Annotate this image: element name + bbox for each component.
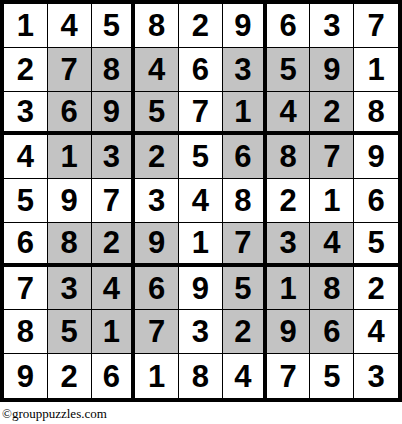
cell-r1c6: 9 (223, 4, 267, 48)
cell-r7c7: 1 (267, 267, 311, 311)
copyright-credit: ©grouppuzzles.com (2, 406, 402, 422)
cell-r7c6: 5 (223, 267, 267, 311)
cell-r4c9: 9 (354, 135, 398, 179)
cell-r4c3: 3 (92, 135, 136, 179)
cell-r4c5: 5 (179, 135, 223, 179)
cell-r9c3: 6 (92, 354, 136, 398)
cell-r2c9: 1 (354, 48, 398, 92)
cell-r8c3: 1 (92, 310, 136, 354)
cell-r7c3: 4 (92, 267, 136, 311)
cell-r7c1: 7 (4, 267, 48, 311)
cell-r7c8: 8 (310, 267, 354, 311)
cell-r2c5: 6 (179, 48, 223, 92)
cell-r2c3: 8 (92, 48, 136, 92)
cell-r5c9: 6 (354, 179, 398, 223)
cell-r8c1: 8 (4, 310, 48, 354)
cell-r6c8: 4 (310, 223, 354, 267)
cell-r3c2: 6 (48, 92, 92, 136)
cell-r6c5: 1 (179, 223, 223, 267)
cell-r1c5: 2 (179, 4, 223, 48)
cell-r5c6: 8 (223, 179, 267, 223)
cell-r9c9: 3 (354, 354, 398, 398)
cell-r2c4: 4 (135, 48, 179, 92)
cell-r4c7: 8 (267, 135, 311, 179)
cell-r4c8: 7 (310, 135, 354, 179)
cell-r9c6: 4 (223, 354, 267, 398)
cell-r9c8: 5 (310, 354, 354, 398)
sudoku-board: 1458296372784635913695714284132568795973… (0, 0, 402, 402)
cell-r4c4: 2 (135, 135, 179, 179)
cell-r3c6: 1 (223, 92, 267, 136)
cell-r9c1: 9 (4, 354, 48, 398)
cell-r6c1: 6 (4, 223, 48, 267)
cell-r9c5: 8 (179, 354, 223, 398)
cell-r1c4: 8 (135, 4, 179, 48)
cell-r8c4: 7 (135, 310, 179, 354)
cell-r5c3: 7 (92, 179, 136, 223)
cell-r5c7: 2 (267, 179, 311, 223)
cell-r9c4: 1 (135, 354, 179, 398)
cell-r9c2: 2 (48, 354, 92, 398)
cell-r2c2: 7 (48, 48, 92, 92)
cell-r1c3: 5 (92, 4, 136, 48)
cell-r4c6: 6 (223, 135, 267, 179)
cell-r6c9: 5 (354, 223, 398, 267)
cell-r2c1: 2 (4, 48, 48, 92)
cell-r3c5: 7 (179, 92, 223, 136)
cell-r6c7: 3 (267, 223, 311, 267)
cell-r3c4: 5 (135, 92, 179, 136)
cell-r5c2: 9 (48, 179, 92, 223)
cell-r7c4: 6 (135, 267, 179, 311)
cell-r8c6: 2 (223, 310, 267, 354)
cell-r5c4: 3 (135, 179, 179, 223)
cell-r3c3: 9 (92, 92, 136, 136)
cell-r8c7: 9 (267, 310, 311, 354)
cell-r8c9: 4 (354, 310, 398, 354)
cell-r1c8: 3 (310, 4, 354, 48)
cell-r1c7: 6 (267, 4, 311, 48)
cell-r5c5: 4 (179, 179, 223, 223)
cell-r1c9: 7 (354, 4, 398, 48)
cell-r6c2: 8 (48, 223, 92, 267)
cell-r3c7: 4 (267, 92, 311, 136)
cell-r8c2: 5 (48, 310, 92, 354)
cell-r7c9: 2 (354, 267, 398, 311)
cell-r8c8: 6 (310, 310, 354, 354)
cell-r3c8: 2 (310, 92, 354, 136)
cell-r9c7: 7 (267, 354, 311, 398)
cell-r2c6: 3 (223, 48, 267, 92)
cell-r6c4: 9 (135, 223, 179, 267)
cell-r3c1: 3 (4, 92, 48, 136)
page: 1458296372784635913695714284132568795973… (0, 0, 402, 424)
cell-r1c2: 4 (48, 4, 92, 48)
cell-r6c6: 7 (223, 223, 267, 267)
cell-r8c5: 3 (179, 310, 223, 354)
cell-r7c2: 3 (48, 267, 92, 311)
cell-r2c7: 5 (267, 48, 311, 92)
cell-r1c1: 1 (4, 4, 48, 48)
cell-r4c2: 1 (48, 135, 92, 179)
cell-r4c1: 4 (4, 135, 48, 179)
cell-r5c8: 1 (310, 179, 354, 223)
cell-r7c5: 9 (179, 267, 223, 311)
cell-r5c1: 5 (4, 179, 48, 223)
cell-r6c3: 2 (92, 223, 136, 267)
cell-r2c8: 9 (310, 48, 354, 92)
cell-r3c9: 8 (354, 92, 398, 136)
